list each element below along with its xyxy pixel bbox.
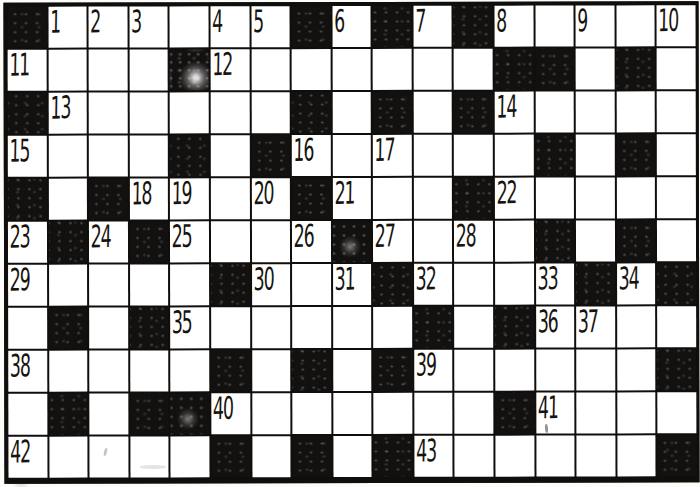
clue-number: 21 bbox=[334, 177, 354, 208]
cell-r11c14[interactable] bbox=[536, 436, 575, 477]
cell-r3c8 bbox=[292, 92, 331, 133]
cell-r7c4[interactable] bbox=[130, 264, 169, 305]
cell-r5c11[interactable] bbox=[414, 178, 453, 219]
cell-r10c12[interactable] bbox=[455, 393, 494, 434]
cell-r6c16 bbox=[617, 220, 656, 261]
cell-r3c15[interactable] bbox=[576, 91, 615, 132]
cell-r10c8[interactable] bbox=[292, 393, 331, 434]
clue-number: 40 bbox=[213, 393, 233, 424]
cell-r6c8[interactable]: 26 bbox=[292, 221, 331, 262]
cell-r1c1 bbox=[8, 7, 47, 48]
cell-r11c17 bbox=[658, 435, 697, 476]
scanned-page: 1234567891011121314151617181920212223242… bbox=[0, 0, 700, 487]
cell-r3c9[interactable] bbox=[332, 92, 371, 133]
clue-number: 7 bbox=[415, 6, 425, 36]
cell-r1c4[interactable]: 3 bbox=[129, 6, 168, 47]
clue-number: 43 bbox=[416, 435, 436, 466]
cell-r1c10 bbox=[373, 6, 412, 47]
cell-r8c1[interactable] bbox=[8, 308, 47, 349]
cell-r7c3[interactable] bbox=[89, 264, 128, 305]
cell-r7c2[interactable] bbox=[49, 265, 88, 306]
cell-r8c2 bbox=[49, 308, 88, 349]
cell-r3c7[interactable] bbox=[251, 92, 290, 133]
clue-number: 35 bbox=[172, 307, 192, 338]
clue-number: 12 bbox=[212, 49, 232, 80]
scan-noise bbox=[140, 465, 166, 469]
cell-r7c7[interactable]: 30 bbox=[252, 264, 291, 305]
cell-r10c17[interactable] bbox=[658, 392, 697, 433]
cell-r10c13 bbox=[495, 393, 534, 434]
clue-number: 9 bbox=[577, 5, 587, 35]
cell-r6c11[interactable] bbox=[414, 221, 453, 262]
clue-number: 37 bbox=[578, 306, 598, 337]
cell-r3c6[interactable] bbox=[211, 92, 250, 133]
cell-r8c5[interactable]: 35 bbox=[170, 307, 209, 348]
cell-r7c11[interactable]: 32 bbox=[414, 264, 453, 305]
cell-r7c12[interactable] bbox=[455, 264, 494, 305]
cell-r6c5[interactable]: 25 bbox=[170, 221, 209, 262]
clue-number: 33 bbox=[537, 263, 557, 294]
cell-r2c10[interactable] bbox=[373, 49, 412, 90]
clue-number: 18 bbox=[131, 178, 151, 209]
cell-r3c3[interactable] bbox=[89, 92, 128, 133]
cell-r4c15[interactable] bbox=[576, 134, 615, 175]
cell-r10c9[interactable] bbox=[333, 393, 372, 434]
cell-r5c3 bbox=[89, 178, 128, 219]
cell-r9c13[interactable] bbox=[495, 350, 534, 391]
cell-r10c6[interactable]: 40 bbox=[211, 393, 250, 434]
cell-r9c17 bbox=[658, 349, 697, 390]
cell-r11c7[interactable] bbox=[252, 436, 291, 477]
cell-r6c12[interactable]: 28 bbox=[454, 221, 493, 262]
cell-r7c10 bbox=[373, 264, 412, 305]
cell-r11c10 bbox=[374, 436, 413, 477]
cell-r3c2[interactable]: 13 bbox=[48, 93, 87, 134]
cell-r11c16[interactable] bbox=[617, 435, 656, 476]
cell-r10c4 bbox=[130, 393, 169, 434]
cell-r8c15[interactable]: 37 bbox=[576, 306, 615, 347]
cell-r3c13[interactable]: 14 bbox=[495, 92, 534, 133]
cell-r4c11[interactable] bbox=[414, 135, 453, 176]
cell-r10c16[interactable] bbox=[617, 392, 656, 433]
cell-r9c14[interactable] bbox=[536, 350, 575, 391]
cell-r7c8[interactable] bbox=[292, 264, 331, 305]
cell-r8c4 bbox=[130, 307, 169, 348]
cell-r2c2[interactable] bbox=[48, 50, 87, 91]
cell-r3c12 bbox=[454, 92, 493, 133]
cell-r11c15[interactable] bbox=[577, 435, 616, 476]
cell-r1c17[interactable]: 10 bbox=[657, 5, 696, 46]
cell-r6c2 bbox=[49, 222, 88, 263]
cell-r8c16[interactable] bbox=[617, 306, 656, 347]
cell-r2c17[interactable] bbox=[657, 48, 696, 89]
cell-r11c5[interactable] bbox=[171, 436, 210, 477]
cell-r9c2[interactable] bbox=[49, 351, 88, 392]
cell-r4c6[interactable] bbox=[211, 135, 250, 176]
cell-r5c16[interactable] bbox=[617, 177, 656, 218]
cell-r2c1[interactable]: 11 bbox=[8, 50, 47, 91]
clue-number: 38 bbox=[10, 350, 30, 381]
cell-r2c7[interactable] bbox=[251, 49, 290, 90]
cell-r5c10[interactable] bbox=[373, 178, 412, 219]
cell-r5c8 bbox=[292, 178, 331, 219]
cell-r4c17[interactable] bbox=[657, 134, 696, 175]
cell-r7c14[interactable]: 33 bbox=[536, 264, 575, 305]
cell-r10c5 bbox=[171, 393, 210, 434]
cell-r7c5[interactable] bbox=[170, 264, 209, 305]
cell-r3c4[interactable] bbox=[129, 92, 168, 133]
cell-r2c6[interactable]: 12 bbox=[211, 49, 250, 90]
clue-number: 19 bbox=[172, 178, 192, 209]
clue-number: 41 bbox=[537, 392, 557, 423]
cell-r11c6 bbox=[211, 436, 250, 477]
cell-r3c11[interactable] bbox=[414, 92, 453, 133]
cell-r4c4[interactable] bbox=[130, 135, 169, 176]
scan-noise bbox=[666, 448, 669, 452]
cell-r2c12[interactable] bbox=[454, 49, 493, 90]
cell-r4c2[interactable] bbox=[48, 136, 87, 177]
cell-r5c14[interactable] bbox=[536, 178, 575, 219]
cell-r1c11[interactable]: 7 bbox=[413, 6, 452, 47]
cell-r9c12[interactable] bbox=[455, 350, 494, 391]
cell-r7c15 bbox=[576, 263, 615, 304]
cell-r6c4 bbox=[130, 221, 169, 262]
cell-r9c10 bbox=[374, 350, 413, 391]
cell-r7c1[interactable]: 29 bbox=[8, 265, 47, 306]
cell-r9c9[interactable] bbox=[333, 350, 372, 391]
cell-r4c9[interactable] bbox=[332, 135, 371, 176]
cell-r10c14[interactable]: 41 bbox=[536, 393, 575, 434]
cell-r6c14 bbox=[536, 221, 575, 262]
clue-number: 36 bbox=[537, 306, 557, 337]
cell-r4c12[interactable] bbox=[454, 135, 493, 176]
clue-number: 14 bbox=[496, 91, 516, 122]
cell-r1c2[interactable]: 1 bbox=[48, 7, 87, 48]
cell-r5c1 bbox=[8, 179, 47, 220]
cell-r3c10 bbox=[373, 92, 412, 133]
cell-r1c14[interactable] bbox=[535, 6, 574, 47]
cell-r11c13[interactable] bbox=[495, 436, 534, 477]
cell-r11c9[interactable] bbox=[333, 436, 372, 477]
cell-r1c8 bbox=[292, 6, 331, 47]
cell-r8c3[interactable] bbox=[89, 307, 128, 348]
clue-number: 24 bbox=[91, 221, 111, 252]
cell-r8c12[interactable] bbox=[455, 307, 494, 348]
cell-r4c16 bbox=[617, 134, 656, 175]
clue-number: 31 bbox=[334, 263, 354, 294]
cell-r6c7[interactable] bbox=[251, 221, 290, 262]
clue-number: 16 bbox=[293, 134, 313, 165]
crossword-grid: 1234567891011121314151617181920212223242… bbox=[3, 1, 699, 483]
cell-r2c14 bbox=[535, 49, 574, 90]
cell-r9c7[interactable] bbox=[252, 350, 291, 391]
cell-r11c11[interactable]: 43 bbox=[414, 436, 453, 477]
cell-r5c17[interactable] bbox=[657, 177, 696, 218]
cell-r8c17[interactable] bbox=[658, 306, 697, 347]
cell-r3c1 bbox=[8, 93, 47, 134]
clue-number: 11 bbox=[9, 49, 29, 80]
cell-r10c7[interactable] bbox=[252, 393, 291, 434]
clue-number: 27 bbox=[375, 220, 395, 251]
cell-r1c3[interactable]: 2 bbox=[89, 6, 128, 47]
cell-r5c13[interactable]: 22 bbox=[495, 178, 534, 219]
cell-r2c16 bbox=[616, 48, 655, 89]
cell-r8c8[interactable] bbox=[292, 307, 331, 348]
cell-r2c5 bbox=[170, 49, 209, 90]
cell-r7c13[interactable] bbox=[495, 264, 534, 305]
cell-r4c3[interactable] bbox=[89, 135, 128, 176]
cell-r7c16[interactable]: 34 bbox=[617, 263, 656, 304]
cell-r1c6[interactable]: 4 bbox=[210, 6, 249, 47]
cell-r11c2[interactable] bbox=[49, 437, 88, 478]
cell-r4c5 bbox=[170, 135, 209, 176]
cell-r8c14[interactable]: 36 bbox=[536, 307, 575, 348]
cell-r6c1[interactable]: 23 bbox=[8, 222, 47, 263]
cell-r11c8 bbox=[293, 436, 332, 477]
cell-r6c10[interactable]: 27 bbox=[373, 221, 412, 262]
cell-r8c9[interactable] bbox=[333, 307, 372, 348]
clue-number: 22 bbox=[496, 177, 516, 208]
clue-number: 15 bbox=[9, 135, 29, 166]
cell-r9c11[interactable]: 39 bbox=[414, 350, 453, 391]
cell-r6c15[interactable] bbox=[576, 220, 615, 261]
cell-r1c9[interactable]: 6 bbox=[332, 6, 371, 47]
cell-r1c5[interactable] bbox=[170, 6, 209, 47]
cell-r2c4[interactable] bbox=[129, 49, 168, 90]
cell-r6c13[interactable] bbox=[495, 221, 534, 262]
cell-r6c6[interactable] bbox=[211, 221, 250, 262]
clue-number: 6 bbox=[334, 6, 344, 36]
cell-r10c15[interactable] bbox=[577, 392, 616, 433]
cell-r8c6[interactable] bbox=[211, 307, 250, 348]
cell-r5c7[interactable]: 20 bbox=[251, 178, 290, 219]
clue-number: 32 bbox=[415, 263, 435, 294]
cell-r3c16[interactable] bbox=[616, 91, 655, 132]
cell-r7c9[interactable]: 31 bbox=[333, 264, 372, 305]
cell-r5c12 bbox=[454, 178, 493, 219]
cell-r10c3[interactable] bbox=[89, 393, 128, 434]
clue-number: 25 bbox=[172, 221, 192, 252]
cell-r1c13[interactable]: 8 bbox=[495, 6, 534, 47]
cell-r2c13 bbox=[495, 49, 534, 90]
cell-r6c17[interactable] bbox=[657, 220, 696, 261]
cell-r5c2[interactable] bbox=[48, 179, 87, 220]
cell-r9c5[interactable] bbox=[171, 350, 210, 391]
cell-r9c16[interactable] bbox=[617, 349, 656, 390]
clue-number: 13 bbox=[50, 92, 70, 123]
cell-r10c2 bbox=[49, 394, 88, 435]
cell-r6c3[interactable]: 24 bbox=[89, 221, 128, 262]
cell-r2c9[interactable] bbox=[332, 49, 371, 90]
cell-r1c7[interactable]: 5 bbox=[251, 6, 290, 47]
cell-r9c1[interactable]: 38 bbox=[8, 351, 47, 392]
cell-r9c15[interactable] bbox=[576, 349, 615, 390]
cell-r8c10[interactable] bbox=[373, 307, 412, 348]
clue-number: 5 bbox=[252, 6, 262, 36]
cell-r7c6 bbox=[211, 264, 250, 305]
cell-r10c1[interactable] bbox=[8, 394, 47, 435]
cell-r6c9 bbox=[333, 221, 372, 262]
cell-r9c4[interactable] bbox=[130, 350, 169, 391]
clue-number: 2 bbox=[90, 6, 100, 36]
cell-r5c6[interactable] bbox=[211, 178, 250, 219]
cell-r1c16[interactable] bbox=[616, 5, 655, 46]
cell-r5c5[interactable]: 19 bbox=[170, 178, 209, 219]
clue-number: 34 bbox=[618, 263, 638, 294]
clue-number: 20 bbox=[253, 178, 273, 209]
clue-number: 23 bbox=[9, 221, 29, 252]
cell-r4c7 bbox=[251, 135, 290, 176]
cell-r9c8 bbox=[292, 350, 331, 391]
cell-r11c4[interactable] bbox=[130, 436, 169, 477]
clue-number: 8 bbox=[496, 5, 506, 35]
cell-r5c4[interactable]: 18 bbox=[130, 178, 169, 219]
clue-number: 1 bbox=[50, 6, 60, 36]
cell-r1c15[interactable]: 9 bbox=[576, 5, 615, 46]
clue-number: 26 bbox=[294, 220, 314, 251]
cell-r8c13 bbox=[495, 307, 534, 348]
cell-r3c14[interactable] bbox=[535, 92, 574, 133]
cell-r9c6 bbox=[211, 350, 250, 391]
cell-r7c17 bbox=[657, 263, 696, 304]
cell-r4c14 bbox=[535, 135, 574, 176]
cell-r10c10[interactable] bbox=[374, 393, 413, 434]
cell-r4c10[interactable]: 17 bbox=[373, 135, 412, 176]
cell-r4c8[interactable]: 16 bbox=[292, 135, 331, 176]
clue-number: 17 bbox=[375, 134, 395, 165]
cell-r8c7[interactable] bbox=[252, 307, 291, 348]
clue-number: 10 bbox=[658, 5, 678, 36]
cell-r8c11 bbox=[414, 307, 453, 348]
clue-number: 30 bbox=[253, 264, 273, 295]
cell-r5c15[interactable] bbox=[576, 177, 615, 218]
cell-r1c12 bbox=[454, 6, 493, 47]
clue-number: 28 bbox=[456, 220, 476, 251]
clue-number: 39 bbox=[416, 349, 436, 380]
cell-r4c13[interactable] bbox=[495, 135, 534, 176]
clue-number: 29 bbox=[10, 264, 30, 295]
clue-number: 3 bbox=[131, 6, 141, 36]
cell-r11c12[interactable] bbox=[455, 436, 494, 477]
cell-r2c11[interactable] bbox=[413, 49, 452, 90]
clue-number: 4 bbox=[212, 6, 222, 36]
cell-r2c3[interactable] bbox=[89, 49, 128, 90]
cell-r10c11[interactable] bbox=[414, 393, 453, 434]
cell-r4c1[interactable]: 15 bbox=[8, 136, 47, 177]
cell-r3c5[interactable] bbox=[170, 92, 209, 133]
cell-r2c15[interactable] bbox=[576, 48, 615, 89]
cell-r11c1[interactable]: 42 bbox=[8, 437, 47, 478]
cell-r9c3[interactable] bbox=[89, 350, 128, 391]
cell-r5c9[interactable]: 21 bbox=[333, 178, 372, 219]
clue-number: 42 bbox=[10, 436, 30, 467]
cell-r3c17[interactable] bbox=[657, 91, 696, 132]
cell-r2c8[interactable] bbox=[292, 49, 331, 90]
cell-r11c3[interactable] bbox=[90, 436, 129, 477]
